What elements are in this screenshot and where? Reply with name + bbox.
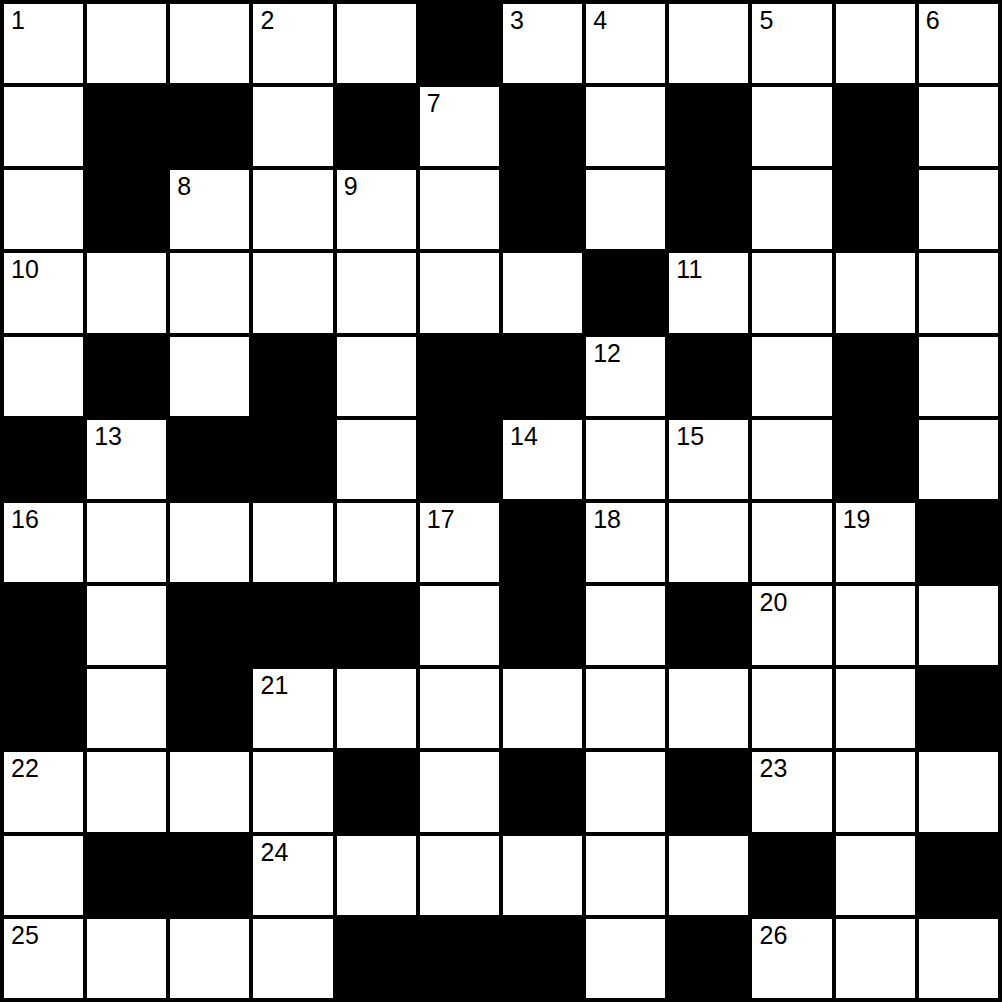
white-cell-r1c11[interactable] xyxy=(919,87,998,166)
white-cell-r3c6[interactable] xyxy=(503,253,582,332)
white-cell-r3c11[interactable] xyxy=(919,253,998,332)
white-cell-r11c10[interactable] xyxy=(836,919,915,998)
white-cell-r3c10[interactable] xyxy=(836,253,915,332)
black-cell-r6c11 xyxy=(919,503,998,582)
black-cell-r1c4 xyxy=(337,87,416,166)
clue-number-26: 26 xyxy=(759,923,787,948)
white-cell-r5c1[interactable]: 13 xyxy=(87,420,166,499)
white-cell-r6c0[interactable]: 16 xyxy=(4,503,83,582)
black-cell-r10c11 xyxy=(919,836,998,915)
clue-number-5: 5 xyxy=(759,8,773,33)
black-cell-r0c5 xyxy=(420,4,499,83)
clue-number-15: 15 xyxy=(676,424,704,449)
white-cell-r0c2[interactable] xyxy=(170,4,249,83)
clue-number-19: 19 xyxy=(843,507,871,532)
white-cell-r0c9[interactable]: 5 xyxy=(752,4,831,83)
white-cell-r2c9[interactable] xyxy=(752,170,831,249)
white-cell-r3c8[interactable]: 11 xyxy=(669,253,748,332)
black-cell-r1c8 xyxy=(669,87,748,166)
clue-number-4: 4 xyxy=(593,8,607,33)
white-cell-r9c11[interactable] xyxy=(919,752,998,831)
black-cell-r9c4 xyxy=(337,752,416,831)
white-cell-r5c6[interactable]: 14 xyxy=(503,420,582,499)
clue-number-23: 23 xyxy=(759,756,787,781)
white-cell-r9c10[interactable] xyxy=(836,752,915,831)
white-cell-r8c4[interactable] xyxy=(337,669,416,748)
clue-number-21: 21 xyxy=(260,673,288,698)
white-cell-r10c3[interactable]: 24 xyxy=(253,836,332,915)
white-cell-r11c3[interactable] xyxy=(253,919,332,998)
white-cell-r11c9[interactable]: 26 xyxy=(752,919,831,998)
black-cell-r2c1 xyxy=(87,170,166,249)
black-cell-r2c6 xyxy=(503,170,582,249)
clue-number-20: 20 xyxy=(759,590,787,615)
white-cell-r3c1[interactable] xyxy=(87,253,166,332)
clue-number-9: 9 xyxy=(344,174,358,199)
white-cell-r6c8[interactable] xyxy=(669,503,748,582)
white-cell-r8c8[interactable] xyxy=(669,669,748,748)
clue-number-22: 22 xyxy=(11,756,39,781)
black-cell-r7c3 xyxy=(253,586,332,665)
white-cell-r2c2[interactable]: 8 xyxy=(170,170,249,249)
black-cell-r2c10 xyxy=(836,170,915,249)
white-cell-r9c3[interactable] xyxy=(253,752,332,831)
white-cell-r2c4[interactable]: 9 xyxy=(337,170,416,249)
white-cell-r3c2[interactable] xyxy=(170,253,249,332)
clue-number-18: 18 xyxy=(593,507,621,532)
white-cell-r10c5[interactable] xyxy=(420,836,499,915)
white-cell-r8c3[interactable]: 21 xyxy=(253,669,332,748)
white-cell-r2c3[interactable] xyxy=(253,170,332,249)
black-cell-r7c0 xyxy=(4,586,83,665)
black-cell-r8c2 xyxy=(170,669,249,748)
black-cell-r4c5 xyxy=(420,337,499,416)
white-cell-r7c1[interactable] xyxy=(87,586,166,665)
white-cell-r6c10[interactable]: 19 xyxy=(836,503,915,582)
clue-number-25: 25 xyxy=(11,923,39,948)
black-cell-r4c8 xyxy=(669,337,748,416)
white-cell-r6c5[interactable]: 17 xyxy=(420,503,499,582)
white-cell-r10c6[interactable] xyxy=(503,836,582,915)
white-cell-r9c9[interactable]: 23 xyxy=(752,752,831,831)
clue-number-16: 16 xyxy=(11,507,39,532)
white-cell-r1c7[interactable] xyxy=(586,87,665,166)
white-cell-r1c5[interactable]: 7 xyxy=(420,87,499,166)
white-cell-r8c10[interactable] xyxy=(836,669,915,748)
black-cell-r7c6 xyxy=(503,586,582,665)
black-cell-r9c8 xyxy=(669,752,748,831)
white-cell-r6c3[interactable] xyxy=(253,503,332,582)
white-cell-r1c9[interactable] xyxy=(752,87,831,166)
black-cell-r5c5 xyxy=(420,420,499,499)
white-cell-r1c0[interactable] xyxy=(4,87,83,166)
clue-number-14: 14 xyxy=(510,424,538,449)
clue-number-11: 11 xyxy=(676,257,702,282)
black-cell-r11c4 xyxy=(337,919,416,998)
white-cell-r4c4[interactable] xyxy=(337,337,416,416)
white-cell-r0c3[interactable]: 2 xyxy=(253,4,332,83)
white-cell-r6c9[interactable] xyxy=(752,503,831,582)
clue-number-17: 17 xyxy=(427,507,455,532)
black-cell-r4c1 xyxy=(87,337,166,416)
white-cell-r7c9[interactable]: 20 xyxy=(752,586,831,665)
black-cell-r5c2 xyxy=(170,420,249,499)
white-cell-r9c2[interactable] xyxy=(170,752,249,831)
white-cell-r9c1[interactable] xyxy=(87,752,166,831)
white-cell-r0c10[interactable] xyxy=(836,4,915,83)
white-cell-r10c10[interactable] xyxy=(836,836,915,915)
black-cell-r8c0 xyxy=(4,669,83,748)
clue-number-12: 12 xyxy=(593,341,621,366)
white-cell-r3c0[interactable]: 10 xyxy=(4,253,83,332)
black-cell-r1c10 xyxy=(836,87,915,166)
clue-number-1: 1 xyxy=(11,8,25,33)
white-cell-r9c5[interactable] xyxy=(420,752,499,831)
white-cell-r11c0[interactable]: 25 xyxy=(4,919,83,998)
black-cell-r7c4 xyxy=(337,586,416,665)
white-cell-r2c11[interactable] xyxy=(919,170,998,249)
white-cell-r3c3[interactable] xyxy=(253,253,332,332)
white-cell-r10c0[interactable] xyxy=(4,836,83,915)
black-cell-r8c11 xyxy=(919,669,998,748)
white-cell-r0c7[interactable]: 4 xyxy=(586,4,665,83)
black-cell-r9c6 xyxy=(503,752,582,831)
white-cell-r3c9[interactable] xyxy=(752,253,831,332)
black-cell-r4c6 xyxy=(503,337,582,416)
white-cell-r7c11[interactable] xyxy=(919,586,998,665)
white-cell-r5c8[interactable]: 15 xyxy=(669,420,748,499)
white-cell-r2c7[interactable] xyxy=(586,170,665,249)
black-cell-r1c1 xyxy=(87,87,166,166)
white-cell-r9c7[interactable] xyxy=(586,752,665,831)
crossword-grid: 1234567891011121314151617181920212223242… xyxy=(0,0,1002,1002)
white-cell-r5c9[interactable] xyxy=(752,420,831,499)
black-cell-r11c8 xyxy=(669,919,748,998)
white-cell-r0c8[interactable] xyxy=(669,4,748,83)
black-cell-r5c10 xyxy=(836,420,915,499)
white-cell-r4c7[interactable]: 12 xyxy=(586,337,665,416)
white-cell-r11c2[interactable] xyxy=(170,919,249,998)
white-cell-r8c9[interactable] xyxy=(752,669,831,748)
black-cell-r11c5 xyxy=(420,919,499,998)
black-cell-r7c8 xyxy=(669,586,748,665)
white-cell-r2c5[interactable] xyxy=(420,170,499,249)
white-cell-r3c5[interactable] xyxy=(420,253,499,332)
white-cell-r5c11[interactable] xyxy=(919,420,998,499)
white-cell-r10c7[interactable] xyxy=(586,836,665,915)
black-cell-r3c7 xyxy=(586,253,665,332)
black-cell-r6c6 xyxy=(503,503,582,582)
white-cell-r0c0[interactable]: 1 xyxy=(4,4,83,83)
clue-number-13: 13 xyxy=(94,424,122,449)
white-cell-r6c1[interactable] xyxy=(87,503,166,582)
black-cell-r11c6 xyxy=(503,919,582,998)
white-cell-r7c7[interactable] xyxy=(586,586,665,665)
white-cell-r11c1[interactable] xyxy=(87,919,166,998)
clue-number-3: 3 xyxy=(510,8,524,33)
white-cell-r7c5[interactable] xyxy=(420,586,499,665)
white-cell-r4c11[interactable] xyxy=(919,337,998,416)
clue-number-24: 24 xyxy=(260,840,288,865)
white-cell-r3c4[interactable] xyxy=(337,253,416,332)
white-cell-r0c4[interactable] xyxy=(337,4,416,83)
clue-number-2: 2 xyxy=(260,8,274,33)
white-cell-r7c10[interactable] xyxy=(836,586,915,665)
white-cell-r6c7[interactable]: 18 xyxy=(586,503,665,582)
white-cell-r8c5[interactable] xyxy=(420,669,499,748)
white-cell-r10c4[interactable] xyxy=(337,836,416,915)
white-cell-r8c7[interactable] xyxy=(586,669,665,748)
black-cell-r10c1 xyxy=(87,836,166,915)
black-cell-r5c0 xyxy=(4,420,83,499)
clue-number-7: 7 xyxy=(427,91,441,116)
white-cell-r4c9[interactable] xyxy=(752,337,831,416)
black-cell-r4c3 xyxy=(253,337,332,416)
white-cell-r8c1[interactable] xyxy=(87,669,166,748)
black-cell-r1c2 xyxy=(170,87,249,166)
black-cell-r10c9 xyxy=(752,836,831,915)
black-cell-r2c8 xyxy=(669,170,748,249)
white-cell-r9c0[interactable]: 22 xyxy=(4,752,83,831)
white-cell-r0c1[interactable] xyxy=(87,4,166,83)
black-cell-r10c2 xyxy=(170,836,249,915)
white-cell-r2c0[interactable] xyxy=(4,170,83,249)
white-cell-r0c6[interactable]: 3 xyxy=(503,4,582,83)
clue-number-10: 10 xyxy=(11,257,39,282)
white-cell-r5c7[interactable] xyxy=(586,420,665,499)
white-cell-r0c11[interactable]: 6 xyxy=(919,4,998,83)
white-cell-r11c7[interactable] xyxy=(586,919,665,998)
white-cell-r11c11[interactable] xyxy=(919,919,998,998)
white-cell-r4c2[interactable] xyxy=(170,337,249,416)
black-cell-r5c3 xyxy=(253,420,332,499)
white-cell-r4c0[interactable] xyxy=(4,337,83,416)
white-cell-r1c3[interactable] xyxy=(253,87,332,166)
black-cell-r1c6 xyxy=(503,87,582,166)
white-cell-r6c2[interactable] xyxy=(170,503,249,582)
black-cell-r7c2 xyxy=(170,586,249,665)
white-cell-r5c4[interactable] xyxy=(337,420,416,499)
clue-number-6: 6 xyxy=(926,8,940,33)
clue-number-8: 8 xyxy=(177,174,191,199)
white-cell-r8c6[interactable] xyxy=(503,669,582,748)
white-cell-r6c4[interactable] xyxy=(337,503,416,582)
white-cell-r10c8[interactable] xyxy=(669,836,748,915)
black-cell-r4c10 xyxy=(836,337,915,416)
